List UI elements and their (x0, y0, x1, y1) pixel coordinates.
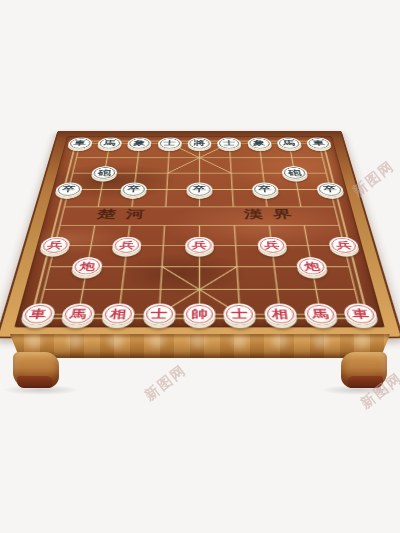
black-soldier: 卒 (54, 183, 83, 197)
piece-character: 馬 (311, 309, 329, 320)
intersection-r5-c2 (79, 198, 116, 216)
black-cannon: 砲 (91, 167, 118, 180)
intersection-r10-c3: 相 (97, 302, 141, 328)
intersection-r1-c9: 車 (303, 136, 336, 150)
red-soldier: 兵 (328, 237, 361, 254)
piece-reflection (354, 335, 370, 348)
red-elephant: 相 (263, 304, 297, 325)
intersection-r7-c7: 兵 (253, 235, 292, 256)
intersection-r7-c2 (71, 235, 111, 256)
intersection-r9-c5 (180, 278, 220, 302)
board-playing-field: 車馬象士將士象馬車砲砲卒卒卒卒卒兵兵兵兵兵炮炮車馬相士帥士相馬車 楚河 漢界 (14, 136, 384, 327)
intersection-r10-c1: 車 (14, 302, 61, 328)
intersection-r10-c9: 車 (338, 302, 385, 328)
table-leg-left (13, 352, 59, 388)
red-soldier: 兵 (112, 237, 143, 254)
intersection-r8-c7 (255, 256, 295, 278)
piece-reflection (26, 335, 42, 348)
intersection-r5-c7 (249, 198, 285, 216)
red-soldier: 兵 (257, 237, 288, 254)
black-cannon: 砲 (281, 167, 308, 180)
table-apron (10, 334, 390, 358)
piece-character: 兵 (192, 241, 207, 250)
intersection-r5-c9 (316, 198, 354, 216)
intersection-r8-c3 (104, 256, 144, 278)
piece-character: 士 (150, 309, 167, 320)
intersection-r5-c3 (114, 198, 150, 216)
black-elephant: 象 (247, 137, 272, 149)
intersection-r3-c8: 砲 (278, 165, 313, 181)
intersection-r3-c6 (215, 165, 248, 181)
intersection-r2-c1 (59, 150, 93, 165)
intersection-r4-c4 (150, 181, 184, 198)
intersection-r2-c2 (90, 150, 124, 165)
intersection-r6-c9 (320, 216, 360, 235)
black-elephant: 象 (127, 137, 152, 149)
intersection-r10-c8: 馬 (298, 302, 343, 328)
piece-reflection (67, 335, 83, 348)
red-general: 帥 (183, 304, 215, 325)
intersection-r3-c3 (119, 165, 153, 181)
piece-character: 帥 (191, 309, 208, 320)
intersection-r8-c6 (218, 256, 257, 278)
piece-character: 車 (351, 309, 370, 320)
red-elephant: 相 (101, 304, 135, 325)
intersection-r9-c9 (333, 278, 378, 302)
red-horse: 馬 (303, 304, 339, 325)
red-cannon: 炮 (296, 258, 329, 276)
intersection-r3-c1 (55, 165, 91, 181)
intersection-r6-c8 (285, 216, 323, 235)
piece-character: 兵 (46, 241, 63, 250)
intersection-r8-c4 (142, 256, 181, 278)
piece-character: 象 (253, 140, 266, 146)
intersection-r2-c7 (245, 150, 278, 165)
piece-reflection (190, 335, 206, 348)
black-soldier: 卒 (120, 183, 147, 197)
intersection-r5-c4 (148, 198, 183, 216)
intersection-r6-c2 (75, 216, 113, 235)
piece-character: 馬 (103, 140, 116, 146)
intersection-r1-c7: 象 (244, 136, 276, 150)
piece-character: 士 (231, 309, 248, 320)
piece-reflection (313, 335, 329, 348)
intersection-r3-c4 (151, 165, 184, 181)
piece-character: 兵 (336, 241, 353, 250)
black-chariot: 車 (306, 137, 332, 149)
intersection-r10-c2: 馬 (55, 302, 100, 328)
piece-character: 馬 (282, 140, 295, 146)
intersection-r8-c8: 炮 (291, 256, 333, 278)
intersection-r4-c8 (280, 181, 316, 198)
intersection-r2-c3 (121, 150, 154, 165)
intersection-r9-c2 (61, 278, 104, 302)
piece-character: 卒 (127, 186, 141, 193)
piece-character: 士 (163, 140, 176, 146)
piece-character: 卒 (193, 186, 206, 193)
intersection-r2-c9 (306, 150, 340, 165)
piece-reflection (231, 335, 247, 348)
black-soldier: 卒 (186, 183, 212, 197)
red-advisor: 士 (142, 304, 175, 325)
red-soldier: 兵 (185, 237, 214, 254)
piece-character: 兵 (264, 241, 280, 250)
xiangqi-board-grid: 車馬象士將士象馬車砲砲卒卒卒卒卒兵兵兵兵兵炮炮車馬相士帥士相馬車 (14, 136, 384, 327)
piece-character: 車 (73, 140, 87, 146)
piece-character: 炮 (303, 262, 320, 272)
intersection-r5-c1 (45, 198, 83, 216)
red-horse: 馬 (60, 304, 96, 325)
red-chariot: 車 (19, 304, 56, 325)
intersection-r7-c3: 兵 (108, 235, 147, 256)
intersection-r9-c6 (219, 278, 259, 302)
intersection-r2-c8 (275, 150, 309, 165)
black-advisor: 士 (157, 137, 181, 149)
piece-character: 卒 (323, 186, 338, 193)
piece-character: 相 (110, 309, 128, 320)
black-soldier: 卒 (316, 183, 345, 197)
piece-character: 車 (28, 309, 47, 320)
piece-character: 象 (133, 140, 146, 146)
piece-reflection (108, 335, 124, 348)
piece-character: 馬 (69, 309, 87, 320)
intersection-r4-c9: 卒 (312, 181, 349, 198)
intersection-r1-c2: 馬 (93, 136, 125, 150)
black-chariot: 車 (67, 137, 93, 149)
piece-character: 士 (223, 140, 236, 146)
xiangqi-table: 車馬象士將士象馬車砲砲卒卒卒卒卒兵兵兵兵兵炮炮車馬相士帥士相馬車 楚河 漢界 (0, 0, 400, 533)
intersection-r2-c5 (184, 150, 215, 165)
intersection-r9-c4 (140, 278, 180, 302)
xiangqi-board: 車馬象士將士象馬車砲砲卒卒卒卒卒兵兵兵兵兵炮炮車馬相士帥士相馬車 楚河 漢界 (0, 131, 400, 338)
intersection-r7-c9: 兵 (324, 235, 365, 256)
red-chariot: 車 (343, 304, 380, 325)
intersection-r3-c5 (183, 165, 215, 181)
intersection-r9-c1 (21, 278, 66, 302)
black-soldier: 卒 (251, 183, 278, 197)
intersection-r5-c6 (216, 198, 251, 216)
intersection-r1-c4: 士 (154, 136, 185, 150)
intersection-r4-c7: 卒 (248, 181, 283, 198)
intersection-r9-c3 (101, 278, 143, 302)
black-advisor: 士 (217, 137, 241, 149)
intersection-r7-c1: 兵 (34, 235, 75, 256)
piece-character: 砲 (97, 170, 111, 177)
intersection-r1-c6: 士 (214, 136, 245, 150)
intersection-r7-c6 (217, 235, 254, 256)
intersection-r6-c1 (40, 216, 80, 235)
black-general: 將 (188, 137, 212, 149)
piece-character: 卒 (258, 186, 272, 193)
intersection-r3-c7 (246, 165, 280, 181)
intersection-r7-c4 (144, 235, 181, 256)
piece-character: 砲 (288, 170, 302, 177)
intersection-r3-c9 (309, 165, 345, 181)
piece-character: 卒 (61, 186, 76, 193)
intersection-r4-c2 (83, 181, 119, 198)
intersection-r2-c4 (153, 150, 185, 165)
red-advisor: 士 (224, 304, 257, 325)
intersection-r5-c8 (283, 198, 320, 216)
intersection-r8-c5 (180, 256, 218, 278)
intersection-r6-c6 (217, 216, 253, 235)
intersection-r7-c8 (288, 235, 328, 256)
black-horse: 馬 (276, 137, 302, 149)
piece-character: 炮 (79, 262, 96, 272)
piece-reflection (272, 335, 288, 348)
intersection-r1-c3: 象 (124, 136, 156, 150)
intersection-r8-c9 (328, 256, 371, 278)
piece-character: 車 (312, 140, 326, 146)
red-cannon: 炮 (71, 258, 104, 276)
intersection-r6-c5 (182, 216, 218, 235)
intersection-r9-c7 (257, 278, 299, 302)
intersection-r8-c2: 炮 (66, 256, 108, 278)
piece-character: 相 (271, 309, 289, 320)
intersection-r4-c3: 卒 (116, 181, 151, 198)
intersection-r4-c1: 卒 (50, 181, 87, 198)
intersection-r5-c5 (182, 198, 216, 216)
intersection-r2-c6 (215, 150, 247, 165)
intersection-r10-c4: 士 (138, 302, 180, 328)
intersection-r6-c3 (111, 216, 148, 235)
intersection-r9-c8 (295, 278, 338, 302)
leg-shadow-left (2, 385, 80, 395)
intersection-r10-c7: 相 (259, 302, 303, 328)
intersection-r1-c5: 將 (184, 136, 214, 150)
photo-scene: 車馬象士將士象馬車砲砲卒卒卒卒卒兵兵兵兵兵炮炮車馬相士帥士相馬車 楚河 漢界 新… (0, 0, 400, 533)
intersection-r4-c5: 卒 (183, 181, 216, 198)
red-soldier: 兵 (38, 237, 71, 254)
piece-character: 將 (193, 140, 205, 146)
intersection-r10-c5: 帥 (179, 302, 220, 328)
intersection-r4-c6 (216, 181, 250, 198)
intersection-r6-c7 (251, 216, 288, 235)
intersection-r10-c6: 士 (219, 302, 261, 328)
intersection-r3-c2: 砲 (87, 165, 122, 181)
intersection-r6-c4 (146, 216, 182, 235)
intersection-r1-c1: 車 (63, 136, 96, 150)
intersection-r7-c5: 兵 (181, 235, 218, 256)
intersection-r8-c1 (28, 256, 71, 278)
piece-reflection (149, 335, 165, 348)
intersection-r1-c8: 馬 (273, 136, 305, 150)
black-horse: 馬 (97, 137, 123, 149)
piece-character: 兵 (119, 241, 135, 250)
